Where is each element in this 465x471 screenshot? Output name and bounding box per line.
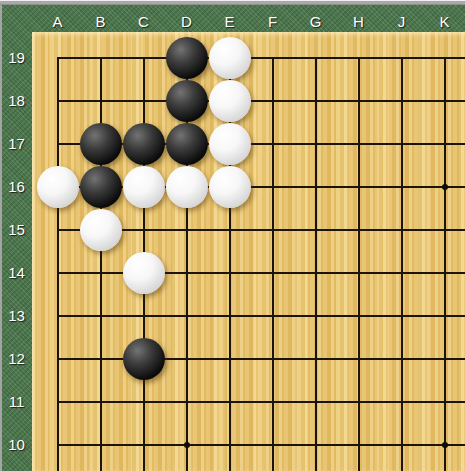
column-label: F <box>262 13 284 31</box>
column-label: A <box>47 13 69 31</box>
grid-line-vertical <box>57 57 59 471</box>
black-stone-D18[interactable] <box>166 80 208 122</box>
grid-line-vertical <box>444 57 446 471</box>
star-point <box>442 184 448 190</box>
black-stone-D19[interactable] <box>166 37 208 79</box>
grid-line-vertical <box>100 57 102 471</box>
goban[interactable] <box>32 32 465 471</box>
black-stone-C17[interactable] <box>123 123 165 165</box>
white-stone-C16[interactable] <box>123 166 165 208</box>
star-point <box>184 442 190 448</box>
star-point <box>442 442 448 448</box>
row-label: 11 <box>2 393 31 411</box>
white-stone-B15[interactable] <box>80 209 122 251</box>
grid-line-horizontal <box>57 100 465 102</box>
black-stone-C12[interactable] <box>123 338 165 380</box>
row-label: 15 <box>2 221 31 239</box>
white-stone-E16[interactable] <box>209 166 251 208</box>
black-stone-B17[interactable] <box>80 123 122 165</box>
row-label: 16 <box>2 178 31 196</box>
grid-line-vertical <box>272 57 274 471</box>
row-label: 18 <box>2 92 31 110</box>
grid-line-vertical <box>358 57 360 471</box>
column-label: H <box>348 13 370 31</box>
window-border-top <box>0 0 465 5</box>
white-stone-C14[interactable] <box>123 252 165 294</box>
row-label: 19 <box>2 49 31 67</box>
column-label: E <box>219 13 241 31</box>
grid-line-horizontal <box>57 444 465 446</box>
grid-line-vertical <box>401 57 403 471</box>
row-label: 10 <box>2 436 31 454</box>
grid-line-horizontal <box>57 315 465 317</box>
row-label: 13 <box>2 307 31 325</box>
column-label: J <box>391 13 413 31</box>
white-stone-D16[interactable] <box>166 166 208 208</box>
row-label: 17 <box>2 135 31 153</box>
grid-line-horizontal <box>57 401 465 403</box>
column-label: C <box>133 13 155 31</box>
black-stone-D17[interactable] <box>166 123 208 165</box>
white-stone-E19[interactable] <box>209 37 251 79</box>
row-label: 12 <box>2 350 31 368</box>
column-label: D <box>176 13 198 31</box>
black-stone-B16[interactable] <box>80 166 122 208</box>
white-stone-A16[interactable] <box>37 166 79 208</box>
grid-line-horizontal <box>57 358 465 360</box>
grid-line-horizontal <box>57 57 465 59</box>
white-stone-E17[interactable] <box>209 123 251 165</box>
white-stone-E18[interactable] <box>209 80 251 122</box>
grid-line-vertical <box>315 57 317 471</box>
grid-line-horizontal <box>57 272 465 274</box>
column-label: K <box>434 13 456 31</box>
row-label: 14 <box>2 264 31 282</box>
column-label: G <box>305 13 327 31</box>
go-app-window: ABCDEFGHJK19181716151413121110 <box>0 0 465 471</box>
column-label: B <box>90 13 112 31</box>
